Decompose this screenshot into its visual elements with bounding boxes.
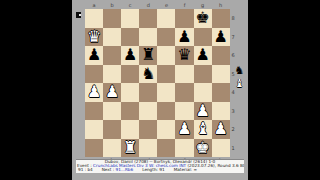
piece-black-pawn: ♟ bbox=[214, 29, 228, 45]
rank-label-1: 1 bbox=[232, 139, 235, 158]
square-a4[interactable]: ♟ bbox=[85, 83, 103, 102]
square-f2[interactable]: ♟ bbox=[175, 120, 193, 139]
square-g4[interactable] bbox=[194, 83, 212, 102]
square-c4[interactable] bbox=[121, 83, 139, 102]
material-black-knight-icon: ♞ bbox=[235, 64, 245, 77]
square-h8[interactable] bbox=[212, 9, 230, 28]
square-b6[interactable] bbox=[103, 46, 121, 65]
piece-black-rook: ♜ bbox=[141, 47, 155, 63]
square-h5[interactable] bbox=[212, 65, 230, 84]
square-b3[interactable] bbox=[103, 102, 121, 121]
rank-label-6: 6 bbox=[232, 46, 235, 65]
file-label-h: h bbox=[212, 2, 230, 8]
piece-white-pawn: ♟ bbox=[87, 84, 101, 100]
material-tray: ♞ ♝ bbox=[233, 64, 246, 90]
square-d8[interactable] bbox=[139, 9, 157, 28]
piece-black-pawn: ♟ bbox=[195, 47, 209, 63]
square-e5[interactable] bbox=[157, 65, 175, 84]
square-d1[interactable] bbox=[139, 139, 157, 158]
square-a1[interactable] bbox=[85, 139, 103, 158]
piece-white-bishop: ♝ bbox=[195, 121, 209, 137]
square-b8[interactable] bbox=[103, 9, 121, 28]
file-label-e: e bbox=[157, 2, 175, 8]
square-g1[interactable]: ♚ bbox=[194, 139, 212, 158]
square-e2[interactable] bbox=[157, 120, 175, 139]
piece-black-pawn: ♟ bbox=[123, 47, 137, 63]
next-move-group: Next : 91...Rb6 bbox=[102, 168, 133, 172]
square-e1[interactable] bbox=[157, 139, 175, 158]
piece-white-queen: ♛ bbox=[87, 29, 101, 45]
square-a8[interactable] bbox=[85, 9, 103, 28]
square-e7[interactable] bbox=[157, 28, 175, 47]
rank-label-3: 3 bbox=[232, 102, 235, 121]
square-h7[interactable]: ♟ bbox=[212, 28, 230, 47]
square-h3[interactable] bbox=[212, 102, 230, 121]
file-label-b: b bbox=[103, 2, 121, 8]
piece-black-pawn: ♟ bbox=[87, 47, 101, 63]
rank-label-8: 8 bbox=[232, 9, 235, 28]
square-g3[interactable]: ♟ bbox=[194, 102, 212, 121]
next-label: Next : bbox=[102, 168, 116, 172]
move-line: 91 : b4 Next : 91...Rb6 Length: 91 Mater… bbox=[76, 168, 244, 172]
square-b7[interactable] bbox=[103, 28, 121, 47]
black-marker-icon bbox=[76, 12, 81, 18]
square-d3[interactable] bbox=[139, 102, 157, 121]
square-c1[interactable]: ♜ bbox=[121, 139, 139, 158]
square-f3[interactable] bbox=[175, 102, 193, 121]
square-e3[interactable] bbox=[157, 102, 175, 121]
square-b2[interactable] bbox=[103, 120, 121, 139]
square-a6[interactable]: ♟ bbox=[85, 46, 103, 65]
square-e4[interactable] bbox=[157, 83, 175, 102]
square-b5[interactable] bbox=[103, 65, 121, 84]
material-white-bishop-icon: ♝ bbox=[235, 77, 245, 90]
file-label-d: d bbox=[139, 2, 157, 8]
square-a2[interactable] bbox=[85, 120, 103, 139]
square-e6[interactable] bbox=[157, 46, 175, 65]
square-f5[interactable] bbox=[175, 65, 193, 84]
square-d7[interactable] bbox=[139, 28, 157, 47]
file-label-a: a bbox=[85, 2, 103, 8]
square-g6[interactable]: ♟ bbox=[194, 46, 212, 65]
square-a3[interactable] bbox=[85, 102, 103, 121]
square-d4[interactable] bbox=[139, 83, 157, 102]
square-c7[interactable] bbox=[121, 28, 139, 47]
piece-black-knight: ♞ bbox=[141, 66, 155, 82]
square-a7[interactable]: ♛ bbox=[85, 28, 103, 47]
next-move[interactable]: 91...Rb6 bbox=[116, 168, 134, 172]
square-g8[interactable]: ♚ bbox=[194, 9, 212, 28]
file-label-f: f bbox=[175, 2, 193, 8]
square-f8[interactable] bbox=[175, 9, 193, 28]
square-d5[interactable]: ♞ bbox=[139, 65, 157, 84]
square-c8[interactable] bbox=[121, 9, 139, 28]
piece-black-queen: ♛ bbox=[177, 47, 191, 63]
square-g7[interactable] bbox=[194, 28, 212, 47]
square-f6[interactable]: ♛ bbox=[175, 46, 193, 65]
file-labels-top: abcdefgh bbox=[85, 2, 230, 8]
piece-white-pawn: ♟ bbox=[105, 84, 119, 100]
square-d6[interactable]: ♜ bbox=[139, 46, 157, 65]
square-c6[interactable]: ♟ bbox=[121, 46, 139, 65]
square-b1[interactable] bbox=[103, 139, 121, 158]
square-f7[interactable]: ♟ bbox=[175, 28, 193, 47]
piece-white-pawn: ♟ bbox=[214, 121, 228, 137]
square-c3[interactable] bbox=[121, 102, 139, 121]
rank-label-2: 2 bbox=[232, 120, 235, 139]
square-h1[interactable] bbox=[212, 139, 230, 158]
square-c2[interactable] bbox=[121, 120, 139, 139]
square-g2[interactable]: ♝ bbox=[194, 120, 212, 139]
square-f1[interactable] bbox=[175, 139, 193, 158]
square-b4[interactable]: ♟ bbox=[103, 83, 121, 102]
material-balance: Material: = bbox=[174, 168, 197, 172]
piece-white-rook: ♜ bbox=[123, 140, 137, 156]
chessboard: ♚♛♟♟♟♟♜♛♟♞♟♟♟♟♝♟♜♚ bbox=[85, 9, 230, 157]
square-a5[interactable] bbox=[85, 65, 103, 84]
piece-black-king: ♚ bbox=[195, 10, 209, 26]
game-info-panel: Dubov, Daniil (2708) -- Bortnyk, Olexand… bbox=[76, 159, 244, 173]
square-h2[interactable]: ♟ bbox=[212, 120, 230, 139]
file-label-g: g bbox=[194, 2, 212, 8]
square-g5[interactable] bbox=[194, 65, 212, 84]
video-frame: abcdefgh ♚♛♟♟♟♟♜♛♟♞♟♟♟♟♝♟♜♚ 87654321 abc… bbox=[72, 0, 248, 180]
rank-label-7: 7 bbox=[232, 28, 235, 47]
square-h4[interactable] bbox=[212, 83, 230, 102]
piece-black-pawn: ♟ bbox=[177, 29, 191, 45]
square-c5[interactable] bbox=[121, 65, 139, 84]
last-move: 91 : b4 bbox=[78, 168, 93, 172]
square-d2[interactable] bbox=[139, 120, 157, 139]
square-f4[interactable] bbox=[175, 83, 193, 102]
square-e8[interactable] bbox=[157, 9, 175, 28]
piece-white-king: ♚ bbox=[195, 140, 209, 156]
piece-white-pawn: ♟ bbox=[177, 121, 191, 137]
file-label-c: c bbox=[121, 2, 139, 8]
piece-white-pawn: ♟ bbox=[195, 103, 209, 119]
game-length: Length: 91 bbox=[142, 168, 165, 172]
square-h6[interactable] bbox=[212, 46, 230, 65]
